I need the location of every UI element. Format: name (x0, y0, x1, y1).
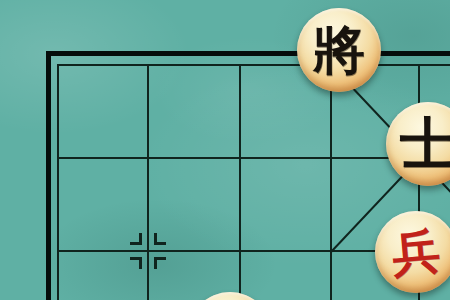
piece-red-soldier-e2[interactable]: 兵 (375, 211, 450, 293)
cannon-point-marker-b2 (126, 229, 170, 273)
piece-char-general: 將 (313, 24, 365, 76)
board-outer-border-left (46, 51, 51, 300)
marker-bracket-top-right (154, 233, 166, 245)
piece-unknown-c3-partially-visible[interactable] (188, 292, 272, 300)
board-outer-border-top (46, 51, 450, 56)
marker-bracket-bottom-right (154, 257, 166, 269)
marker-bracket-bottom-left (130, 257, 142, 269)
file-line-d (330, 64, 332, 300)
xiangqi-board[interactable]: 將 士 兵 (0, 0, 450, 300)
piece-char-soldier: 兵 (390, 226, 442, 278)
marker-bracket-top-left (130, 233, 142, 245)
file-line-c (239, 64, 241, 300)
file-line-a (57, 64, 59, 300)
piece-black-advisor-e1[interactable]: 士 (386, 102, 450, 186)
rank-line-0 (57, 64, 450, 66)
piece-black-general-d0[interactable]: 將 (297, 8, 381, 92)
piece-char-advisor: 士 (400, 116, 450, 172)
